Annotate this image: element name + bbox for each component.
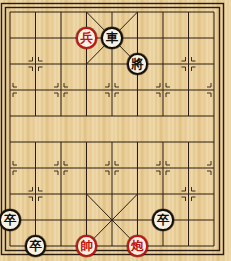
board-intersection[interactable]: 卒 (23, 233, 49, 259)
board-intersection[interactable]: 將 (125, 51, 151, 77)
red-cannon-piece[interactable]: 炮 (127, 235, 149, 257)
black-general-piece[interactable]: 將 (127, 53, 149, 75)
red-soldier-piece[interactable]: 兵 (76, 27, 98, 49)
board-intersection[interactable]: 卒 (150, 207, 176, 233)
black-soldier-piece[interactable]: 卒 (152, 209, 174, 231)
board-intersection[interactable]: 帥 (74, 233, 100, 259)
piece-layer: 兵車將卒卒卒帥炮 (0, 0, 227, 259)
board-intersection[interactable]: 車 (99, 25, 125, 51)
black-soldier-piece[interactable]: 卒 (25, 235, 47, 257)
board-intersection[interactable]: 兵 (74, 25, 100, 51)
board-intersection[interactable]: 卒 (0, 207, 23, 233)
black-chariot-piece[interactable]: 車 (101, 27, 123, 49)
red-general-piece[interactable]: 帥 (76, 235, 98, 257)
black-soldier-piece[interactable]: 卒 (0, 209, 21, 231)
board-intersection[interactable]: 炮 (125, 233, 151, 259)
xiangqi-board[interactable]: 兵車將卒卒卒帥炮 (0, 0, 231, 261)
